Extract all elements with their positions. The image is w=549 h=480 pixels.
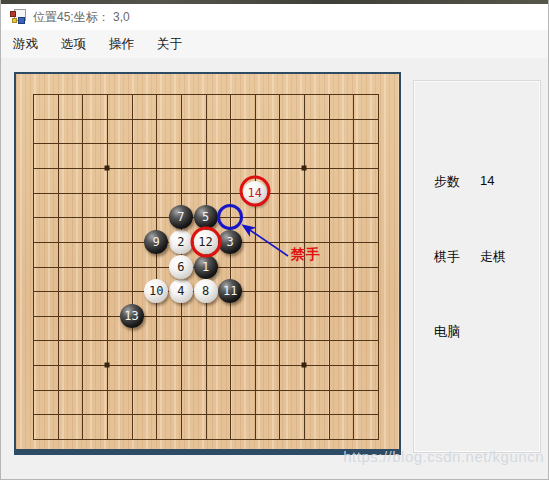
move-count-value: 14 (480, 173, 494, 188)
window-title: 位置45;坐标： 3,0 (33, 9, 130, 26)
forbidden-move-label: 禁手 (291, 246, 321, 264)
grid-line-vertical (304, 94, 305, 440)
app-icon (10, 9, 26, 25)
grid-line-horizontal (33, 439, 379, 440)
grid-line-vertical (378, 94, 379, 440)
stone-9: 9 (144, 230, 168, 254)
stone-10: 10 (144, 279, 168, 303)
stone-1: 1 (194, 255, 218, 279)
grid-line-horizontal (33, 414, 379, 415)
player-label: 棋手 (434, 248, 460, 266)
menubar: 游戏 选项 操作 关于 (1, 30, 548, 58)
computer-label: 电脑 (434, 323, 460, 341)
grid-line-vertical (255, 94, 256, 440)
grid-line-horizontal (33, 316, 379, 317)
star-point (302, 165, 307, 170)
menu-item-game[interactable]: 游戏 (3, 31, 48, 58)
stone-7: 7 (169, 205, 193, 229)
client-area: 禁手 1234567891011121314 步数 14 棋手 走棋 电脑 ht… (1, 58, 548, 479)
stone-6: 6 (169, 255, 193, 279)
last-move-red-circle (239, 175, 270, 206)
player-status-value: 走棋 (480, 248, 506, 266)
menu-item-options[interactable]: 选项 (51, 31, 96, 58)
move-count-label: 步数 (434, 173, 460, 191)
watermark-text: https://blog.csdn.net/kguncn (343, 448, 544, 465)
stone-4: 4 (169, 279, 193, 303)
stone-3: 3 (218, 230, 242, 254)
grid-line-vertical (279, 94, 280, 440)
grid-line-vertical (353, 94, 354, 440)
star-point (104, 165, 109, 170)
grid-line-horizontal (33, 340, 379, 341)
grid-line-vertical (329, 94, 330, 440)
board-grid: 禁手 1234567891011121314 (16, 74, 399, 449)
stone-8: 8 (194, 279, 218, 303)
stone-13: 13 (120, 304, 144, 328)
stone-11: 11 (218, 279, 242, 303)
last-move-red-circle (190, 226, 221, 257)
titlebar[interactable]: 位置45;坐标： 3,0 (1, 4, 548, 30)
grid-line-horizontal (33, 365, 379, 366)
grid-line-vertical (230, 94, 231, 440)
grid-line-horizontal (33, 390, 379, 391)
menu-item-actions[interactable]: 操作 (99, 31, 144, 58)
board[interactable]: 禁手 1234567891011121314 (14, 72, 401, 455)
status-panel: 步数 14 棋手 走棋 电脑 (413, 80, 541, 453)
star-point (302, 363, 307, 368)
star-point (104, 363, 109, 368)
forbidden-point-circle (217, 204, 243, 230)
menu-item-about[interactable]: 关于 (147, 31, 192, 58)
app-window: 位置45;坐标： 3,0 游戏 选项 操作 关于 禁手 123456789101… (0, 0, 549, 480)
